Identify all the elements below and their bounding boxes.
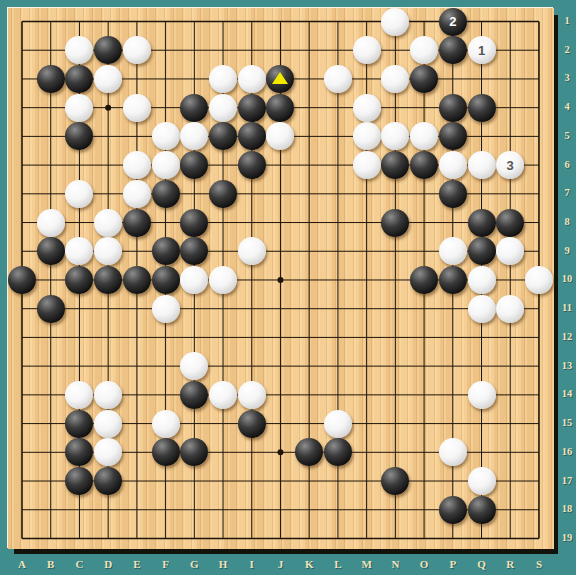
row-label-16: 16: [558, 446, 576, 457]
row-label-14: 14: [558, 388, 576, 399]
black-stone-P7: [439, 180, 467, 208]
black-stone-J4: [266, 94, 294, 122]
black-stone-Q4: [468, 94, 496, 122]
white-stone-M2: [353, 36, 381, 64]
row-label-18: 18: [558, 503, 576, 514]
row-label-13: 13: [558, 360, 576, 371]
row-label-2: 2: [558, 44, 576, 55]
column-label-M: M: [357, 558, 377, 570]
white-stone-Q11: [468, 295, 496, 323]
black-stone-F10: [152, 266, 180, 294]
white-stone-Q2: 1: [468, 36, 496, 64]
white-stone-I14: [238, 381, 266, 409]
black-stone-E8: [123, 209, 151, 237]
black-stone-Q18: [468, 496, 496, 524]
white-stone-F11: [152, 295, 180, 323]
black-stone-G4: [180, 94, 208, 122]
black-stone-F7: [152, 180, 180, 208]
black-stone-I5: [238, 122, 266, 150]
black-stone-H7: [209, 180, 237, 208]
black-stone-D17: [94, 467, 122, 495]
white-stone-F6: [152, 151, 180, 179]
column-label-R: R: [500, 558, 520, 570]
black-stone-A10: [8, 266, 36, 294]
move-number-label: 1: [478, 44, 485, 57]
white-stone-Q17: [468, 467, 496, 495]
black-stone-R8: [496, 209, 524, 237]
black-stone-B9: [37, 237, 65, 265]
black-stone-P4: [439, 94, 467, 122]
white-stone-Q14: [468, 381, 496, 409]
black-stone-I15: [238, 410, 266, 438]
row-label-1: 1: [558, 15, 576, 26]
white-stone-F5: [152, 122, 180, 150]
last-move-triangle-marker: [272, 72, 288, 84]
black-stone-O6: [410, 151, 438, 179]
black-stone-Q9: [468, 237, 496, 265]
row-label-8: 8: [558, 216, 576, 227]
column-label-F: F: [156, 558, 176, 570]
white-stone-N1: [381, 8, 409, 36]
row-label-10: 10: [558, 273, 576, 284]
white-stone-D8: [94, 209, 122, 237]
row-label-15: 15: [558, 417, 576, 428]
white-stone-D15: [94, 410, 122, 438]
column-label-A: A: [12, 558, 32, 570]
row-label-11: 11: [558, 302, 576, 313]
black-stone-N8: [381, 209, 409, 237]
white-stone-M6: [353, 151, 381, 179]
column-label-P: P: [443, 558, 463, 570]
row-label-17: 17: [558, 475, 576, 486]
white-stone-E2: [123, 36, 151, 64]
white-stone-D3: [94, 65, 122, 93]
white-stone-M4: [353, 94, 381, 122]
black-stone-I4: [238, 94, 266, 122]
white-stone-S10: [525, 266, 553, 294]
black-stone-P18: [439, 496, 467, 524]
black-stone-B11: [37, 295, 65, 323]
column-label-L: L: [328, 558, 348, 570]
row-label-12: 12: [558, 331, 576, 342]
move-number-label: 2: [449, 15, 456, 28]
white-stone-M5: [353, 122, 381, 150]
white-stone-I9: [238, 237, 266, 265]
row-label-3: 3: [558, 72, 576, 83]
white-stone-L3: [324, 65, 352, 93]
white-stone-Q10: [468, 266, 496, 294]
star-point-D4: [105, 105, 111, 111]
black-stone-P1: 2: [439, 8, 467, 36]
white-stone-E6: [123, 151, 151, 179]
black-stone-I6: [238, 151, 266, 179]
white-stone-P9: [439, 237, 467, 265]
column-label-B: B: [41, 558, 61, 570]
white-stone-C4: [65, 94, 93, 122]
go-board[interactable]: 213: [8, 8, 554, 549]
row-label-19: 19: [558, 532, 576, 543]
white-stone-L15: [324, 410, 352, 438]
white-stone-H4: [209, 94, 237, 122]
star-point-J10: [277, 277, 283, 283]
column-label-G: G: [184, 558, 204, 570]
black-stone-B3: [37, 65, 65, 93]
column-label-O: O: [414, 558, 434, 570]
black-stone-O3: [410, 65, 438, 93]
black-stone-P2: [439, 36, 467, 64]
white-stone-H14: [209, 381, 237, 409]
white-stone-P16: [439, 438, 467, 466]
go-game-screen: { "game": "Go (19x19)", "board": { "size…: [0, 0, 576, 575]
row-label-4: 4: [558, 101, 576, 112]
black-stone-D10: [94, 266, 122, 294]
black-stone-C15: [65, 410, 93, 438]
column-label-S: S: [529, 558, 549, 570]
black-stone-F16: [152, 438, 180, 466]
white-stone-E4: [123, 94, 151, 122]
row-label-9: 9: [558, 245, 576, 256]
move-number-label: 3: [507, 159, 514, 172]
column-label-D: D: [98, 558, 118, 570]
white-stone-P6: [439, 151, 467, 179]
black-stone-P10: [439, 266, 467, 294]
column-label-H: H: [213, 558, 233, 570]
column-label-Q: Q: [472, 558, 492, 570]
white-stone-D14: [94, 381, 122, 409]
column-label-J: J: [270, 558, 290, 570]
row-label-7: 7: [558, 187, 576, 198]
white-stone-H3: [209, 65, 237, 93]
row-label-5: 5: [558, 130, 576, 141]
black-stone-F9: [152, 237, 180, 265]
white-stone-Q6: [468, 151, 496, 179]
column-label-C: C: [69, 558, 89, 570]
white-stone-R11: [496, 295, 524, 323]
column-label-K: K: [299, 558, 319, 570]
white-stone-F15: [152, 410, 180, 438]
column-label-I: I: [242, 558, 262, 570]
column-label-N: N: [385, 558, 405, 570]
star-point-J16: [277, 449, 283, 455]
black-stone-P5: [439, 122, 467, 150]
row-label-6: 6: [558, 159, 576, 170]
white-stone-E7: [123, 180, 151, 208]
white-stone-I3: [238, 65, 266, 93]
white-stone-H10: [209, 266, 237, 294]
white-stone-B8: [37, 209, 65, 237]
black-stone-Q8: [468, 209, 496, 237]
black-stone-O10: [410, 266, 438, 294]
black-stone-G14: [180, 381, 208, 409]
column-label-E: E: [127, 558, 147, 570]
black-stone-E10: [123, 266, 151, 294]
black-stone-G8: [180, 209, 208, 237]
